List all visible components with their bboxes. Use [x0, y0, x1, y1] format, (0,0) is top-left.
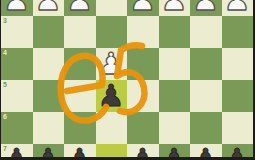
chess-board-viewport: ♟♟♟♟♟♟♟34♟5♟67♟♟♟♟♟♟♟ — [0, 0, 255, 160]
square-d2[interactable]: ♟ — [127, 0, 159, 16]
rank-label-6: 6 — [3, 113, 7, 120]
square-f4[interactable] — [64, 48, 96, 80]
square-g4[interactable] — [33, 48, 65, 80]
square-e4[interactable]: ♟ — [96, 48, 128, 80]
rank-label-5: 5 — [3, 81, 7, 88]
square-c5[interactable] — [159, 80, 191, 112]
white-pawn-e4[interactable]: ♟ — [96, 48, 128, 80]
board-edge-right — [253, 0, 255, 160]
square-b4[interactable] — [190, 48, 222, 80]
square-h2[interactable]: ♟ — [1, 0, 33, 16]
square-f3[interactable] — [64, 16, 96, 48]
square-d5[interactable] — [127, 80, 159, 112]
square-e3[interactable] — [96, 16, 128, 48]
square-b6[interactable] — [190, 112, 222, 144]
square-h5[interactable]: 5 — [1, 80, 33, 112]
square-g2[interactable]: ♟ — [33, 0, 65, 16]
square-d6[interactable] — [127, 112, 159, 144]
square-c2[interactable]: ♟ — [159, 0, 191, 16]
square-e2[interactable] — [96, 0, 128, 16]
square-d3[interactable] — [127, 16, 159, 48]
square-g3[interactable] — [33, 16, 65, 48]
chess-board: ♟♟♟♟♟♟♟34♟5♟67♟♟♟♟♟♟♟ — [1, 0, 253, 160]
white-pawn-f2[interactable]: ♟ — [64, 0, 96, 16]
square-f2[interactable]: ♟ — [64, 0, 96, 16]
square-g6[interactable] — [33, 112, 65, 144]
square-a3[interactable] — [222, 16, 254, 48]
rank-label-3: 3 — [3, 17, 7, 24]
black-pawn-e5[interactable]: ♟ — [96, 80, 128, 112]
rank-label-4: 4 — [3, 49, 7, 56]
square-a5[interactable] — [222, 80, 254, 112]
board-edge-left — [0, 0, 1, 160]
square-h4[interactable]: 4 — [1, 48, 33, 80]
square-f5[interactable] — [64, 80, 96, 112]
square-c3[interactable] — [159, 16, 191, 48]
square-b5[interactable] — [190, 80, 222, 112]
white-pawn-d2[interactable]: ♟ — [127, 0, 159, 16]
square-c6[interactable] — [159, 112, 191, 144]
white-pawn-h2[interactable]: ♟ — [1, 0, 33, 16]
square-f6[interactable] — [64, 112, 96, 144]
square-h6[interactable]: 6 — [1, 112, 33, 144]
square-g5[interactable] — [33, 80, 65, 112]
square-b2[interactable]: ♟ — [190, 0, 222, 16]
square-a2[interactable]: ♟ — [222, 0, 254, 16]
white-pawn-c2[interactable]: ♟ — [159, 0, 191, 16]
square-e5[interactable]: ♟ — [96, 80, 128, 112]
square-a6[interactable] — [222, 112, 254, 144]
white-pawn-g2[interactable]: ♟ — [33, 0, 65, 16]
white-pawn-a2[interactable]: ♟ — [222, 0, 254, 16]
square-h3[interactable]: 3 — [1, 16, 33, 48]
square-c4[interactable] — [159, 48, 191, 80]
square-d4[interactable] — [127, 48, 159, 80]
board-edge-bottom — [0, 157, 255, 160]
square-a4[interactable] — [222, 48, 254, 80]
square-b3[interactable] — [190, 16, 222, 48]
square-e6[interactable] — [96, 112, 128, 144]
white-pawn-b2[interactable]: ♟ — [190, 0, 222, 16]
